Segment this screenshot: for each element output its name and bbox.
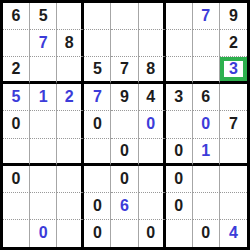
cell-r6c6[interactable] [139, 139, 166, 166]
cell-r7c4[interactable] [84, 166, 111, 193]
cell-r8c8[interactable] [193, 193, 220, 220]
cell-r3c4[interactable]: 5 [84, 57, 111, 84]
given-digit: 7 [120, 61, 129, 77]
user-digit: 4 [229, 225, 238, 241]
cell-r2c8[interactable] [193, 30, 220, 57]
given-digit: 0 [174, 171, 183, 187]
cell-r5c6[interactable]: 0 [139, 111, 166, 138]
cell-r7c1[interactable]: 0 [3, 166, 30, 193]
cell-r3c1[interactable]: 2 [3, 57, 30, 84]
cell-r7c3[interactable] [57, 166, 84, 193]
given-digit: 0 [12, 116, 21, 132]
cell-r2c3[interactable]: 8 [57, 30, 84, 57]
cell-r1c5[interactable] [111, 3, 138, 30]
given-digit: 0 [120, 143, 129, 159]
given-digit: 0 [174, 143, 183, 159]
given-digit: 0 [174, 198, 183, 214]
given-digit: 5 [39, 8, 48, 24]
cell-r4c7[interactable]: 3 [166, 84, 193, 111]
cell-r9c9[interactable]: 4 [220, 220, 247, 247]
cell-r7c2[interactable] [30, 166, 57, 193]
cell-r4c2[interactable]: 1 [30, 84, 57, 111]
given-digit: 9 [120, 89, 129, 105]
cell-r9c5[interactable] [111, 220, 138, 247]
cell-r3c2[interactable] [30, 57, 57, 84]
given-digit: 0 [120, 171, 129, 187]
cell-r1c6[interactable] [139, 3, 166, 30]
cell-r2c4[interactable] [84, 30, 111, 57]
user-digit: 3 [229, 61, 238, 77]
cell-r9c4[interactable]: 0 [84, 220, 111, 247]
cell-r2c1[interactable] [3, 30, 30, 57]
given-digit: 7 [229, 116, 238, 132]
cell-r5c2[interactable] [30, 111, 57, 138]
cell-r9c8[interactable]: 0 [193, 220, 220, 247]
given-digit: 5 [93, 61, 102, 77]
cell-r6c9[interactable] [220, 139, 247, 166]
cell-r2c7[interactable] [166, 30, 193, 57]
cell-r9c3[interactable] [57, 220, 84, 247]
cell-r8c6[interactable] [139, 193, 166, 220]
cell-r2c2[interactable]: 7 [30, 30, 57, 57]
cell-r7c9[interactable] [220, 166, 247, 193]
cell-r4c4[interactable]: 7 [84, 84, 111, 111]
cell-r6c1[interactable] [3, 139, 30, 166]
user-digit: 5 [12, 89, 21, 105]
given-digit: 2 [229, 35, 238, 51]
user-digit: 2 [65, 89, 74, 105]
cell-r7c5[interactable]: 0 [111, 166, 138, 193]
given-digit: 6 [12, 8, 21, 24]
cell-r8c5[interactable]: 6 [111, 193, 138, 220]
cell-r4c8[interactable]: 6 [193, 84, 220, 111]
given-digit: 0 [201, 225, 210, 241]
cell-r6c8[interactable]: 1 [193, 139, 220, 166]
cell-r3c5[interactable]: 7 [111, 57, 138, 84]
given-digit: 8 [65, 35, 74, 51]
cell-r3c7[interactable] [166, 57, 193, 84]
given-digit: 6 [201, 89, 210, 105]
cell-r5c7[interactable] [166, 111, 193, 138]
cell-r2c6[interactable] [139, 30, 166, 57]
cell-r3c8[interactable] [193, 57, 220, 84]
cell-r6c7[interactable]: 0 [166, 139, 193, 166]
cell-r1c8[interactable]: 7 [193, 3, 220, 30]
user-digit: 0 [39, 225, 48, 241]
user-digit: 0 [146, 116, 155, 132]
cell-r5c1[interactable]: 0 [3, 111, 30, 138]
user-digit: 7 [93, 89, 102, 105]
cell-r1c4[interactable] [84, 3, 111, 30]
cell-r8c2[interactable] [30, 193, 57, 220]
given-digit: 0 [93, 198, 102, 214]
given-digit: 3 [174, 89, 183, 105]
cell-r1c2[interactable]: 5 [30, 3, 57, 30]
cell-r3c6[interactable]: 8 [139, 57, 166, 84]
given-digit: 9 [229, 8, 238, 24]
cell-r4c5[interactable]: 9 [111, 84, 138, 111]
cell-r6c2[interactable] [30, 139, 57, 166]
cell-r6c4[interactable] [84, 139, 111, 166]
cell-r6c5[interactable]: 0 [111, 139, 138, 166]
user-digit: 1 [39, 89, 48, 105]
sudoku-board: 657978225783512794360000700100006000004 [0, 0, 250, 250]
cell-r4c3[interactable]: 2 [57, 84, 84, 111]
cell-r2c5[interactable] [111, 30, 138, 57]
cell-r3c9[interactable]: 3 [220, 57, 247, 84]
user-digit: 0 [201, 116, 210, 132]
cell-r8c1[interactable] [3, 193, 30, 220]
cell-r5c9[interactable]: 7 [220, 111, 247, 138]
cell-r1c7[interactable] [166, 3, 193, 30]
given-digit: 0 [93, 225, 102, 241]
given-digit: 8 [146, 61, 155, 77]
cell-r5c3[interactable] [57, 111, 84, 138]
user-digit: 6 [120, 198, 129, 214]
given-digit: 4 [146, 89, 155, 105]
cell-r4c6[interactable]: 4 [139, 84, 166, 111]
cell-r9c2[interactable]: 0 [30, 220, 57, 247]
given-digit: 0 [12, 171, 21, 187]
cell-r7c7[interactable]: 0 [166, 166, 193, 193]
cell-r1c1[interactable]: 6 [3, 3, 30, 30]
given-digit: 2 [12, 61, 21, 77]
given-digit: 0 [146, 225, 155, 241]
given-digit: 0 [93, 116, 102, 132]
cell-r4c1[interactable]: 5 [3, 84, 30, 111]
cell-r6c3[interactable] [57, 139, 84, 166]
cell-r5c8[interactable]: 0 [193, 111, 220, 138]
cell-r5c4[interactable]: 0 [84, 111, 111, 138]
cell-r1c9[interactable]: 9 [220, 3, 247, 30]
cell-r8c3[interactable] [57, 193, 84, 220]
cell-r8c4[interactable]: 0 [84, 193, 111, 220]
cell-r9c6[interactable]: 0 [139, 220, 166, 247]
user-digit: 7 [39, 35, 48, 51]
cell-r1c3[interactable] [57, 3, 84, 30]
cell-r8c7[interactable]: 0 [166, 193, 193, 220]
cell-r8c9[interactable] [220, 193, 247, 220]
cell-r5c5[interactable] [111, 111, 138, 138]
cell-r9c7[interactable] [166, 220, 193, 247]
cell-r9c1[interactable] [3, 220, 30, 247]
cell-r2c9[interactable]: 2 [220, 30, 247, 57]
cell-r7c8[interactable] [193, 166, 220, 193]
cell-r3c3[interactable] [57, 57, 84, 84]
cell-r4c9[interactable] [220, 84, 247, 111]
user-digit: 7 [201, 8, 210, 24]
cell-r7c6[interactable] [139, 166, 166, 193]
user-digit: 1 [201, 143, 210, 159]
